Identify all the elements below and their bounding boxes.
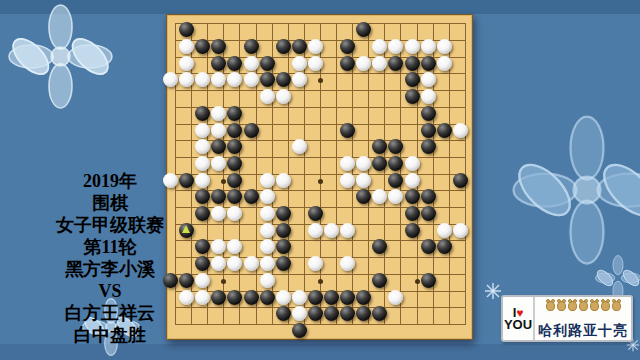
white-stone (308, 256, 323, 271)
video-frame: 2019年 围棋 女子甲级联赛 第11轮 黑方李小溪 VS 白方王祥云 白中盘胜… (0, 0, 640, 360)
black-stone (372, 273, 387, 288)
white-stone (195, 273, 210, 288)
white-stone (260, 239, 275, 254)
black-stone (421, 139, 436, 154)
black-stone (211, 290, 226, 305)
black-stone (405, 206, 420, 221)
last-move-triangle-marker (182, 225, 190, 233)
white-stone (340, 223, 355, 238)
star-point (415, 279, 420, 284)
black-stone (421, 273, 436, 288)
white-stone (211, 123, 226, 138)
white-stone (292, 139, 307, 154)
black-stone (421, 123, 436, 138)
black-stone (260, 72, 275, 87)
black-stone (405, 72, 420, 87)
white-stone (372, 56, 387, 71)
black-stone (421, 206, 436, 221)
white-stone (276, 89, 291, 104)
black-stone (308, 306, 323, 321)
white-stone (340, 156, 355, 171)
white-stone (437, 223, 452, 238)
white-stone (211, 106, 226, 121)
white-stone (405, 173, 420, 188)
i-love-you-badge: I♥ YOU (503, 297, 535, 340)
black-stone (356, 290, 371, 305)
mascot-icon (601, 301, 610, 311)
black-stone (340, 56, 355, 71)
black-stone (195, 106, 210, 121)
white-stone (244, 56, 259, 71)
flower-decoration (512, 115, 640, 265)
black-stone (244, 123, 259, 138)
white-stone (308, 223, 323, 238)
black-stone (405, 223, 420, 238)
badge-you: YOU (504, 319, 532, 330)
black-stone (276, 206, 291, 221)
black-stone (292, 323, 307, 338)
black-stone (340, 39, 355, 54)
black-stone (340, 123, 355, 138)
white-stone (356, 173, 371, 188)
black-stone (308, 290, 323, 305)
black-stone (276, 239, 291, 254)
black-stone (179, 273, 194, 288)
mascot-icon (546, 301, 555, 311)
star-point (318, 279, 323, 284)
white-stone (292, 56, 307, 71)
mascot-icon (612, 301, 621, 311)
white-stone (421, 72, 436, 87)
white-stone (163, 173, 178, 188)
black-stone (260, 290, 275, 305)
grid-line-horizontal (175, 324, 466, 325)
black-stone (276, 223, 291, 238)
black-stone (179, 173, 194, 188)
black-stone (405, 89, 420, 104)
white-stone (405, 39, 420, 54)
black-stone (276, 72, 291, 87)
black-stone (388, 56, 403, 71)
white-stone (260, 273, 275, 288)
white-stone (421, 39, 436, 54)
mascot-icon (568, 301, 577, 311)
white-stone (276, 290, 291, 305)
black-stone (421, 56, 436, 71)
white-stone (405, 156, 420, 171)
black-stone (260, 56, 275, 71)
mascot-icon (590, 301, 599, 311)
star-point (318, 179, 323, 184)
black-stone (388, 173, 403, 188)
black-stone (421, 106, 436, 121)
black-stone (227, 56, 242, 71)
black-stone (405, 56, 420, 71)
white-stone (453, 123, 468, 138)
star-point (221, 179, 226, 184)
channel-logo: I♥ YOU 哈利路亚十亮 (501, 295, 633, 342)
white-stone (308, 39, 323, 54)
black-stone (227, 173, 242, 188)
black-stone (163, 273, 178, 288)
white-stone (244, 72, 259, 87)
white-stone (324, 223, 339, 238)
white-stone (179, 39, 194, 54)
mascot-icons (538, 299, 628, 311)
star-point (318, 78, 323, 83)
black-stone (227, 123, 242, 138)
black-stone (453, 173, 468, 188)
sparkle-decoration (484, 282, 502, 300)
white-stone (195, 156, 210, 171)
white-stone (260, 189, 275, 204)
black-stone (292, 39, 307, 54)
black-stone (244, 39, 259, 54)
channel-name: 哈利路亚十亮 (538, 323, 628, 339)
mascot-icon (579, 301, 588, 311)
black-stone (244, 189, 259, 204)
black-stone (276, 306, 291, 321)
white-stone (260, 256, 275, 271)
white-stone (437, 39, 452, 54)
white-stone (356, 56, 371, 71)
white-stone (179, 56, 194, 71)
white-stone (195, 123, 210, 138)
white-stone (437, 56, 452, 71)
black-stone (437, 239, 452, 254)
white-stone (340, 173, 355, 188)
white-stone (179, 290, 194, 305)
white-stone (260, 89, 275, 104)
bottom-strip (0, 344, 640, 360)
black-stone (324, 290, 339, 305)
white-stone (292, 290, 307, 305)
black-stone (244, 290, 259, 305)
black-stone (421, 239, 436, 254)
white-stone (421, 89, 436, 104)
white-stone (195, 290, 210, 305)
black-stone (405, 189, 420, 204)
black-stone (179, 223, 194, 238)
black-stone (421, 189, 436, 204)
white-stone (308, 56, 323, 71)
black-stone (276, 39, 291, 54)
black-stone (437, 123, 452, 138)
white-stone (388, 290, 403, 305)
white-stone (195, 173, 210, 188)
go-board[interactable] (166, 14, 473, 340)
white-stone (292, 306, 307, 321)
black-stone (227, 290, 242, 305)
black-stone (276, 256, 291, 271)
black-stone (308, 206, 323, 221)
white-stone (260, 223, 275, 238)
top-strip (0, 0, 640, 14)
flower-decoration (8, 4, 113, 109)
white-stone (276, 173, 291, 188)
white-stone (244, 256, 259, 271)
white-stone (453, 223, 468, 238)
black-stone (211, 56, 226, 71)
star-point (221, 279, 226, 284)
grid-line-vertical (336, 23, 337, 324)
mascot-icon (557, 301, 566, 311)
grid-line-horizontal (175, 174, 466, 175)
white-stone (260, 206, 275, 221)
white-stone (356, 156, 371, 171)
black-stone (340, 290, 355, 305)
white-stone (260, 173, 275, 188)
